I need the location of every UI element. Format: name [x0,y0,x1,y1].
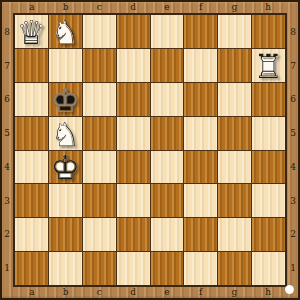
rank-label-2-left: 2 [1,218,13,252]
board-grid: ♛♕♞♘♜♖♚♔♞♘♚♔ [13,13,287,287]
rank-label-2-right: 2 [287,218,299,252]
square-h6[interactable] [252,83,285,116]
square-d4[interactable] [117,151,150,184]
square-e1[interactable] [151,252,184,285]
square-c5[interactable] [83,117,116,150]
square-d6[interactable] [117,83,150,116]
white-queen-a8[interactable]: ♛♕ [15,15,48,48]
rank-label-7-right: 7 [287,49,299,83]
square-h7[interactable]: ♜♖ [252,49,285,82]
square-d8[interactable] [117,15,150,48]
rank-label-5-left: 5 [1,116,13,150]
square-c7[interactable] [83,49,116,82]
square-d1[interactable] [117,252,150,285]
rank-label-8-right: 8 [287,15,299,49]
square-g3[interactable] [218,184,251,217]
rank-label-3-right: 3 [287,184,299,218]
file-labels-bottom: abcdefgh [15,286,285,298]
square-a3[interactable] [15,184,48,217]
file-label-d-bottom: d [116,286,150,298]
rank-labels-left: 87654321 [1,15,13,285]
square-f5[interactable] [184,117,217,150]
square-b6[interactable]: ♚♔ [49,83,82,116]
rank-label-4-left: 4 [1,150,13,184]
square-f2[interactable] [184,218,217,251]
square-d5[interactable] [117,117,150,150]
square-c4[interactable] [83,151,116,184]
file-label-a-bottom: a [15,286,49,298]
square-a4[interactable] [15,151,48,184]
file-label-h-top: h [251,1,285,13]
square-c2[interactable] [83,218,116,251]
square-g4[interactable] [218,151,251,184]
white-knight-b8[interactable]: ♞♘ [49,15,82,48]
square-c3[interactable] [83,184,116,217]
rank-label-1-left: 1 [1,251,13,285]
square-b8[interactable]: ♞♘ [49,15,82,48]
square-b4[interactable]: ♚♔ [49,151,82,184]
white-knight-b5[interactable]: ♞♘ [49,117,82,150]
black-king-b6[interactable]: ♚♔ [49,83,82,116]
white-knight-outline-icon: ♘ [49,118,82,151]
white-rook-h7[interactable]: ♜♖ [252,49,285,82]
square-g8[interactable] [218,15,251,48]
square-c6[interactable] [83,83,116,116]
square-b3[interactable] [49,184,82,217]
square-f6[interactable] [184,83,217,116]
square-h8[interactable] [252,15,285,48]
square-d3[interactable] [117,184,150,217]
rank-label-6-right: 6 [287,83,299,117]
square-g2[interactable] [218,218,251,251]
rank-label-3-left: 3 [1,184,13,218]
white-king-outline-icon: ♔ [49,152,82,185]
rank-label-5-right: 5 [287,116,299,150]
file-label-c-top: c [83,1,117,13]
file-label-g-top: g [218,1,252,13]
white-queen-outline-icon: ♕ [15,16,48,49]
square-a5[interactable] [15,117,48,150]
square-g6[interactable] [218,83,251,116]
white-king-b4[interactable]: ♚♔ [49,151,82,184]
square-e6[interactable] [151,83,184,116]
square-d7[interactable] [117,49,150,82]
file-label-f-bottom: f [184,286,218,298]
square-d2[interactable] [117,218,150,251]
file-label-e-top: e [150,1,184,13]
square-g1[interactable] [218,252,251,285]
white-rook-outline-icon: ♖ [252,50,285,83]
rank-label-7-left: 7 [1,49,13,83]
file-label-b-bottom: b [49,286,83,298]
square-f4[interactable] [184,151,217,184]
file-label-e-bottom: e [150,286,184,298]
square-b7[interactable] [49,49,82,82]
square-b5[interactable]: ♞♘ [49,117,82,150]
square-e7[interactable] [151,49,184,82]
chessboard: abcdefgh abcdefgh 87654321 87654321 ♛♕♞♘… [0,0,300,300]
square-h2[interactable] [252,218,285,251]
black-king-outline-icon: ♔ [49,84,82,117]
file-label-a-top: a [15,1,49,13]
square-g7[interactable] [218,49,251,82]
square-c8[interactable] [83,15,116,48]
square-a2[interactable] [15,218,48,251]
square-e3[interactable] [151,184,184,217]
rank-labels-right: 87654321 [287,15,299,285]
file-label-c-bottom: c [83,286,117,298]
square-c1[interactable] [83,252,116,285]
square-a6[interactable] [15,83,48,116]
square-e4[interactable] [151,151,184,184]
rank-label-4-right: 4 [287,150,299,184]
square-a7[interactable] [15,49,48,82]
file-label-g-bottom: g [218,286,252,298]
file-label-f-top: f [184,1,218,13]
file-labels-top: abcdefgh [15,1,285,13]
file-label-d-top: d [116,1,150,13]
square-g5[interactable] [218,117,251,150]
square-f7[interactable] [184,49,217,82]
square-h5[interactable] [252,117,285,150]
square-f1[interactable] [184,252,217,285]
square-b1[interactable] [49,252,82,285]
file-label-h-bottom: h [251,286,285,298]
square-f8[interactable] [184,15,217,48]
square-a8[interactable]: ♛♕ [15,15,48,48]
square-h4[interactable] [252,151,285,184]
white-knight-outline-icon: ♘ [49,16,82,49]
square-e2[interactable] [151,218,184,251]
file-label-b-top: b [49,1,83,13]
rank-label-6-left: 6 [1,83,13,117]
rank-label-1-right: 1 [287,251,299,285]
rank-label-8-left: 8 [1,15,13,49]
square-h1[interactable] [252,252,285,285]
square-e8[interactable] [151,15,184,48]
white-to-move-indicator [285,285,294,294]
square-h3[interactable] [252,184,285,217]
square-a1[interactable] [15,252,48,285]
square-e5[interactable] [151,117,184,150]
square-b2[interactable] [49,218,82,251]
square-f3[interactable] [184,184,217,217]
